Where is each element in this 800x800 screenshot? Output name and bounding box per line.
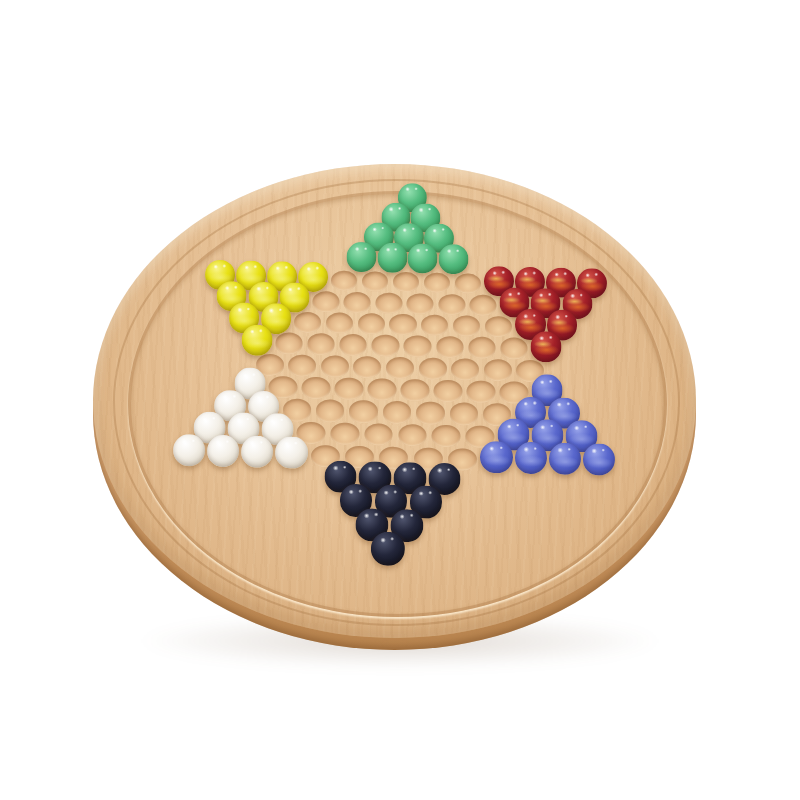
hole[interactable]: [404, 335, 432, 357]
hole[interactable]: [357, 313, 385, 335]
hole[interactable]: [353, 356, 381, 378]
hole[interactable]: [389, 314, 417, 336]
chinese-checkers-scene: [0, 0, 800, 800]
hole[interactable]: [469, 294, 496, 316]
marble-black[interactable]: [371, 532, 405, 566]
hole[interactable]: [339, 334, 367, 356]
hole[interactable]: [288, 355, 316, 377]
hole[interactable]: [416, 402, 445, 425]
marble-white[interactable]: [275, 436, 308, 469]
hole[interactable]: [294, 311, 322, 333]
marble-green[interactable]: [377, 243, 407, 273]
hole[interactable]: [316, 399, 345, 422]
hole[interactable]: [421, 314, 449, 336]
hole[interactable]: [302, 377, 331, 400]
marble-blue[interactable]: [548, 442, 581, 475]
hole[interactable]: [398, 424, 427, 447]
hole[interactable]: [432, 425, 461, 448]
hole[interactable]: [392, 271, 419, 292]
board-grid: [0, 0, 800, 800]
marble-green[interactable]: [346, 242, 376, 272]
hole[interactable]: [401, 379, 430, 402]
marble-yellow[interactable]: [241, 324, 273, 356]
hole[interactable]: [312, 291, 339, 313]
hole[interactable]: [423, 272, 450, 293]
hole[interactable]: [321, 355, 349, 377]
hole[interactable]: [371, 335, 399, 357]
hole[interactable]: [449, 403, 478, 426]
marble-blue[interactable]: [514, 441, 547, 474]
hole[interactable]: [275, 333, 303, 355]
hole[interactable]: [406, 293, 433, 315]
hole[interactable]: [383, 401, 412, 424]
hole[interactable]: [451, 358, 479, 380]
hole[interactable]: [434, 380, 463, 403]
hole[interactable]: [453, 315, 481, 337]
hole[interactable]: [484, 359, 512, 381]
hole[interactable]: [307, 333, 335, 355]
hole[interactable]: [468, 337, 496, 359]
hole[interactable]: [361, 271, 388, 292]
marble-white[interactable]: [241, 435, 274, 468]
hole[interactable]: [454, 273, 481, 294]
hole[interactable]: [349, 400, 378, 423]
hole[interactable]: [375, 292, 402, 314]
hole[interactable]: [467, 381, 496, 404]
hole[interactable]: [335, 378, 364, 401]
marble-blue[interactable]: [480, 441, 513, 474]
hole[interactable]: [330, 270, 357, 291]
hole[interactable]: [436, 336, 464, 358]
hole[interactable]: [386, 357, 414, 379]
hole[interactable]: [500, 338, 528, 360]
hole[interactable]: [438, 293, 465, 315]
hole[interactable]: [330, 422, 359, 445]
hole[interactable]: [485, 316, 513, 338]
hole[interactable]: [326, 312, 354, 334]
marble-green[interactable]: [438, 244, 468, 274]
marble-green[interactable]: [408, 243, 438, 273]
hole[interactable]: [364, 423, 393, 446]
hole[interactable]: [418, 358, 446, 380]
marble-blue[interactable]: [583, 443, 616, 476]
hole[interactable]: [344, 291, 371, 313]
hole[interactable]: [368, 378, 397, 401]
marble-white[interactable]: [172, 434, 205, 467]
marble-white[interactable]: [207, 434, 240, 467]
